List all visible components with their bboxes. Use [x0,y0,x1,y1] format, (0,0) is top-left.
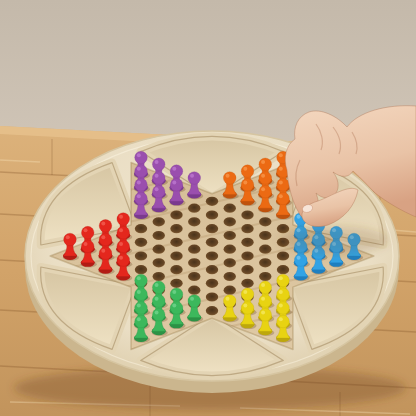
board-hole[interactable] [224,245,236,254]
board-hole[interactable] [277,265,289,274]
board-hole[interactable] [135,238,147,247]
board-hole[interactable] [241,224,253,233]
board-hole[interactable] [224,286,236,295]
board-hole[interactable] [206,265,218,274]
board-hole[interactable] [170,224,182,233]
board-hole[interactable] [188,245,200,254]
board-hole[interactable] [188,204,200,213]
board-hole[interactable] [135,251,147,260]
board-hole[interactable] [188,286,200,295]
board-hole[interactable] [188,217,200,226]
board-hole[interactable] [206,224,218,233]
hand-shadow [280,226,388,254]
board-hole[interactable] [224,258,236,267]
board-hole[interactable] [206,279,218,288]
board-hole[interactable] [135,265,147,274]
board-hole[interactable] [259,217,271,226]
board-hole[interactable] [224,204,236,213]
board-hole[interactable] [153,231,165,240]
board-hole[interactable] [259,272,271,281]
board-hole[interactable] [170,251,182,260]
board-hole[interactable] [206,251,218,260]
board-hole[interactable] [153,258,165,267]
board-hole[interactable] [188,258,200,267]
board-hole[interactable] [206,292,218,301]
scene [0,0,416,416]
board-hole[interactable] [241,238,253,247]
board-hole[interactable] [170,238,182,247]
board-hole[interactable] [277,251,289,260]
board-hole[interactable] [188,272,200,281]
board-hole[interactable] [241,279,253,288]
chinese-checkers-board-photo [0,0,416,416]
board-hole[interactable] [206,306,218,315]
board-hole[interactable] [170,279,182,288]
board-hole[interactable] [188,231,200,240]
board-hole[interactable] [241,210,253,219]
board-hole[interactable] [153,272,165,281]
board-hole[interactable] [153,217,165,226]
board-hole[interactable] [241,265,253,274]
board-hole[interactable] [224,272,236,281]
board-hole[interactable] [135,224,147,233]
board-hole[interactable] [206,210,218,219]
board-hole[interactable] [206,197,218,206]
board-hole[interactable] [206,238,218,247]
board-hole[interactable] [224,217,236,226]
board-hole[interactable] [153,245,165,254]
board-hole[interactable] [259,258,271,267]
board-hole[interactable] [241,251,253,260]
board-hole[interactable] [259,245,271,254]
board-hole[interactable] [259,231,271,240]
board-hole[interactable] [224,231,236,240]
board-hole[interactable] [277,224,289,233]
board-hole[interactable] [170,265,182,274]
board-hole[interactable] [170,210,182,219]
